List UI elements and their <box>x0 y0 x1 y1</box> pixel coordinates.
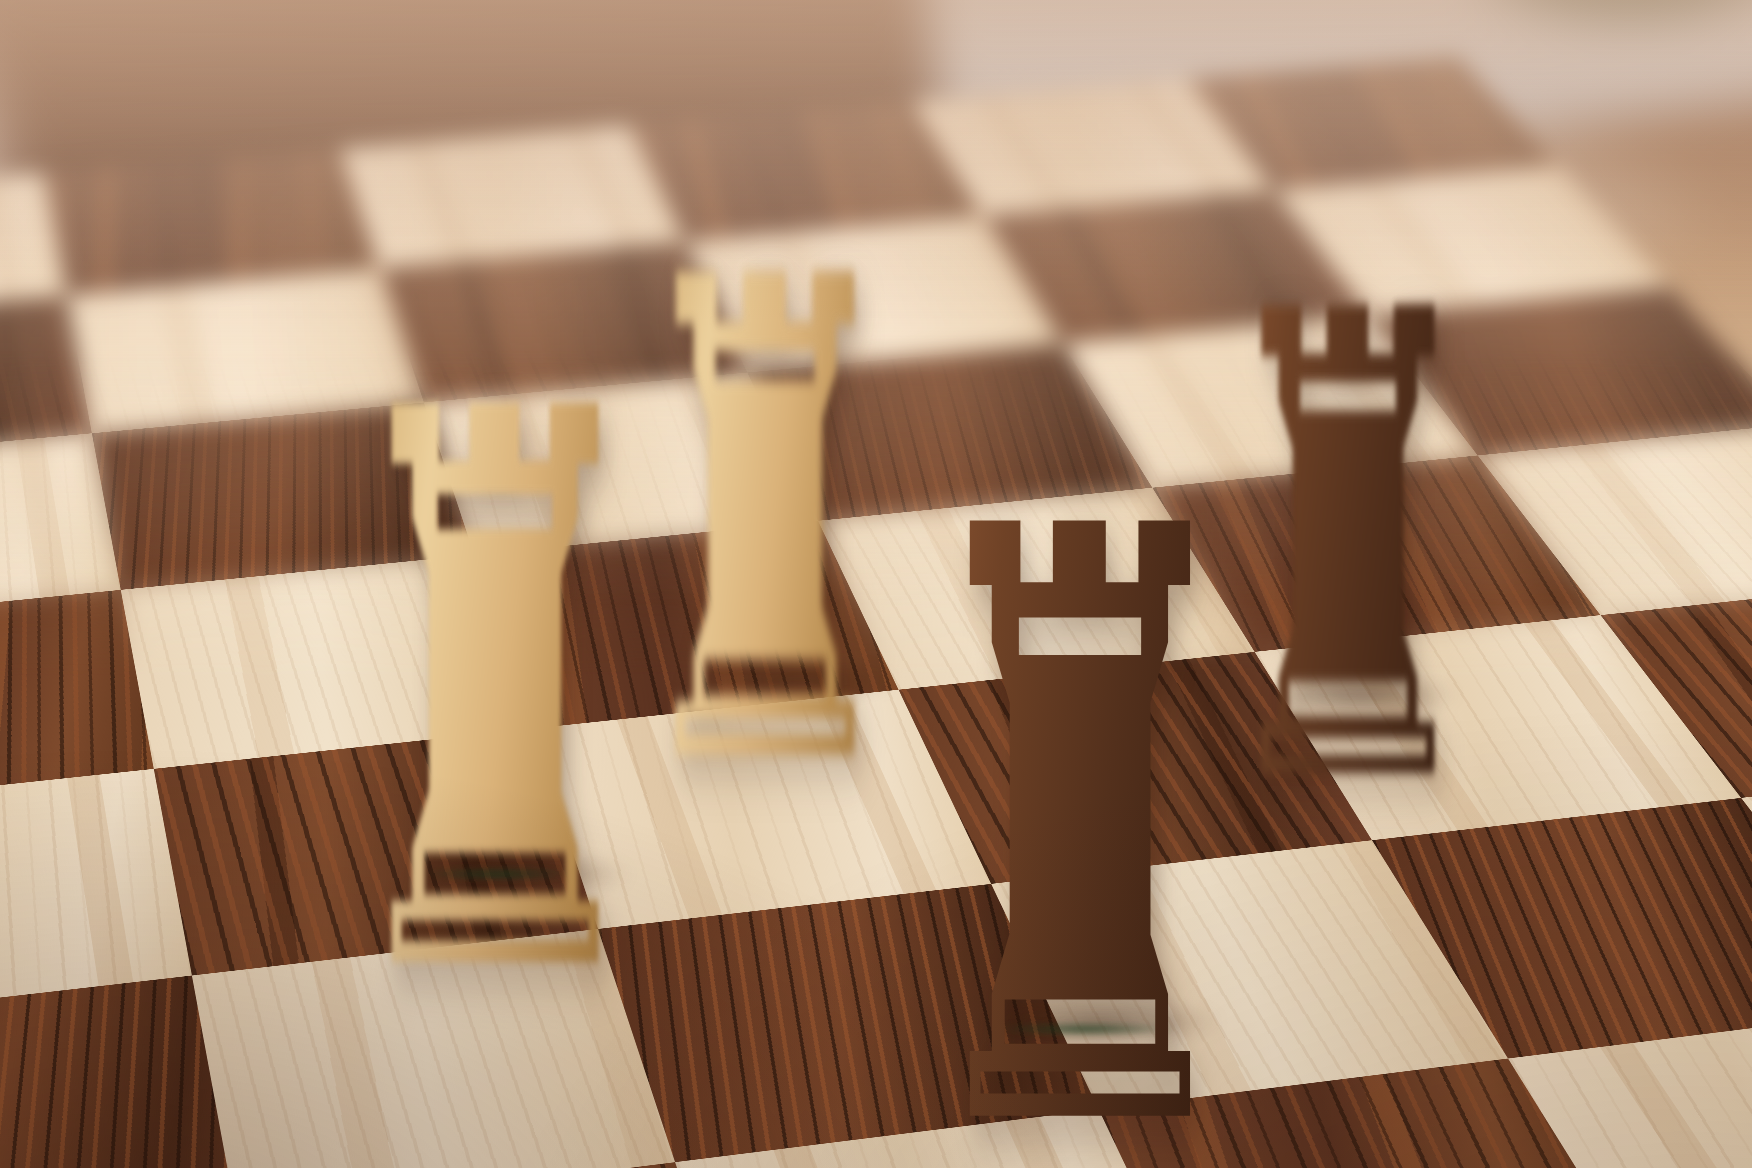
white-rook-d4: ♜ <box>330 314 659 1079</box>
black-rook-e3: ♜ <box>905 425 1256 1168</box>
chess-photo-scene: ♜♜♜♜ <box>0 0 1752 1168</box>
white-rook-e5: ♜ <box>623 195 907 855</box>
